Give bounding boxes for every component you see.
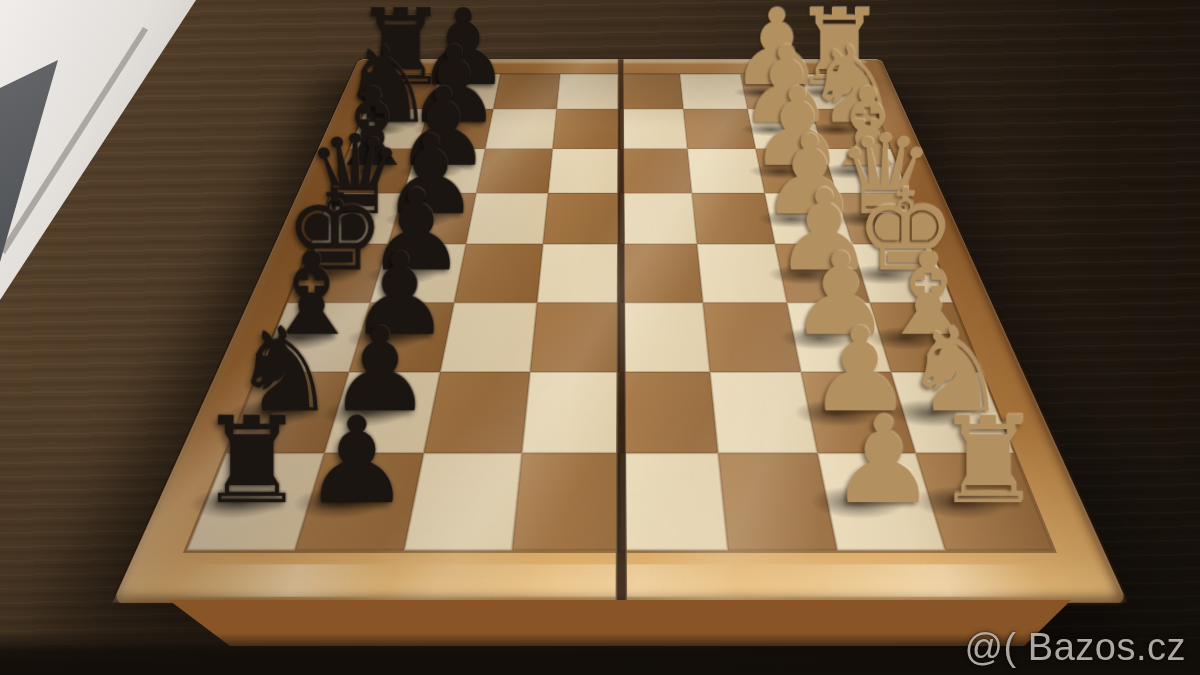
chess-board: ♜♟♟♜♞♟♟♞♝♟♟♝♛♟♟♛♚♟♟♚♝♟♟♝♞♟♟♞♜♟♟♜ xyxy=(113,59,1128,603)
watermark: @( Bazos.cz xyxy=(965,626,1186,669)
square-b4[interactable] xyxy=(620,372,718,453)
square-f5[interactable] xyxy=(548,148,620,193)
square-h4[interactable] xyxy=(620,74,684,109)
square-a5[interactable] xyxy=(512,453,620,551)
square-b5[interactable] xyxy=(522,372,620,453)
piece-white-rook-a1[interactable]: ♜ xyxy=(935,401,1043,521)
square-d5[interactable] xyxy=(537,244,620,303)
square-a6[interactable] xyxy=(403,453,521,551)
piece-black-pawn-a7[interactable]: ♟ xyxy=(303,401,411,521)
square-d6[interactable] xyxy=(454,244,543,303)
piece-white-pawn-a2[interactable]: ♟ xyxy=(830,401,938,521)
photo-scene: ♜♟♟♜♞♟♟♞♝♟♟♝♛♟♟♛♚♟♟♚♝♟♟♝♞♟♟♞♜♟♟♜ @( Bazo… xyxy=(0,0,1200,675)
square-c5[interactable] xyxy=(530,303,620,372)
square-a4[interactable] xyxy=(620,453,728,551)
square-d4[interactable] xyxy=(620,244,703,303)
square-b6[interactable] xyxy=(423,372,530,453)
square-h5[interactable] xyxy=(556,74,620,109)
square-g4[interactable] xyxy=(620,109,688,148)
board-perspective-wrapper: ♜♟♟♜♞♟♟♞♝♟♟♝♛♟♟♛♚♟♟♚♝♟♟♝♞♟♟♞♜♟♟♜ xyxy=(0,0,1200,675)
square-g5[interactable] xyxy=(552,109,620,148)
square-f4[interactable] xyxy=(620,148,692,193)
square-c4[interactable] xyxy=(620,303,710,372)
square-c6[interactable] xyxy=(440,303,537,372)
piece-black-rook-a8[interactable]: ♜ xyxy=(197,401,305,521)
